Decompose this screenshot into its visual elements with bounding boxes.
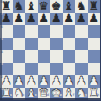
square-e3[interactable] <box>50 63 63 76</box>
square-a2[interactable]: 2♟ <box>0 75 13 88</box>
board-bottom-edge <box>0 98 100 101</box>
piece-white-pawn[interactable]: ♟ <box>1 75 11 87</box>
piece-black-bishop[interactable]: ♝ <box>64 0 74 12</box>
square-d5[interactable] <box>38 38 51 51</box>
square-g2[interactable]: ♟ <box>75 75 88 88</box>
board-left-edge <box>0 0 2 100</box>
square-a6[interactable]: 6 <box>0 25 13 38</box>
square-h4[interactable] <box>88 50 101 63</box>
square-f4[interactable] <box>63 50 76 63</box>
piece-black-pawn[interactable]: ♟ <box>89 13 99 25</box>
square-c5[interactable] <box>25 38 38 51</box>
square-f8[interactable]: ♝ <box>63 0 76 13</box>
piece-black-pawn[interactable]: ♟ <box>64 13 74 25</box>
square-b5[interactable] <box>13 38 26 51</box>
square-g4[interactable] <box>75 50 88 63</box>
square-d7[interactable]: ♟ <box>38 13 51 26</box>
square-g8[interactable]: ♞ <box>75 0 88 13</box>
square-e8[interactable]: ♚ <box>50 0 63 13</box>
square-a7[interactable]: 7♟ <box>0 13 13 26</box>
square-b8[interactable]: ♞ <box>13 0 26 13</box>
square-h8[interactable]: ♜ <box>88 0 101 13</box>
piece-black-queen[interactable]: ♛ <box>39 0 49 12</box>
square-g7[interactable]: ♟ <box>75 13 88 26</box>
square-e7[interactable]: ♟ <box>50 13 63 26</box>
piece-white-pawn[interactable]: ♟ <box>76 75 86 87</box>
piece-black-knight[interactable]: ♞ <box>14 0 24 12</box>
square-h3[interactable] <box>88 63 101 76</box>
piece-black-pawn[interactable]: ♟ <box>14 13 24 25</box>
square-b3[interactable] <box>13 63 26 76</box>
square-f3[interactable] <box>63 63 76 76</box>
square-a3[interactable]: 3 <box>0 63 13 76</box>
square-d3[interactable] <box>38 63 51 76</box>
square-f6[interactable] <box>63 25 76 38</box>
square-a5[interactable]: 5 <box>0 38 13 51</box>
piece-white-pawn[interactable]: ♟ <box>14 75 24 87</box>
square-e4[interactable] <box>50 50 63 63</box>
square-c2[interactable]: ♟ <box>25 75 38 88</box>
square-c7[interactable]: ♟ <box>25 13 38 26</box>
piece-white-pawn[interactable]: ♟ <box>39 75 49 87</box>
square-h7[interactable]: ♟ <box>88 13 101 26</box>
square-g6[interactable] <box>75 25 88 38</box>
square-f5[interactable] <box>63 38 76 51</box>
square-b4[interactable] <box>13 50 26 63</box>
square-f7[interactable]: ♟ <box>63 13 76 26</box>
square-f2[interactable]: ♟ <box>63 75 76 88</box>
square-e6[interactable] <box>50 25 63 38</box>
square-h2[interactable]: ♟ <box>88 75 101 88</box>
square-g5[interactable] <box>75 38 88 51</box>
chess-board: 8♜♞♝♛♚♝♞♜7♟♟♟♟♟♟♟♟65432♟♟♟♟♟♟♟♟1a♜b♞c♝d♛… <box>0 0 100 100</box>
square-c3[interactable] <box>25 63 38 76</box>
piece-black-rook[interactable]: ♜ <box>89 0 99 12</box>
piece-black-knight[interactable]: ♞ <box>76 0 86 12</box>
piece-black-pawn[interactable]: ♟ <box>26 13 36 25</box>
square-b6[interactable] <box>13 25 26 38</box>
square-d2[interactable]: ♟ <box>38 75 51 88</box>
square-g3[interactable] <box>75 63 88 76</box>
piece-black-pawn[interactable]: ♟ <box>76 13 86 25</box>
piece-white-pawn[interactable]: ♟ <box>51 75 61 87</box>
piece-white-pawn[interactable]: ♟ <box>89 75 99 87</box>
square-d8[interactable]: ♛ <box>38 0 51 13</box>
square-c4[interactable] <box>25 50 38 63</box>
square-a8[interactable]: 8♜ <box>0 0 13 13</box>
square-e5[interactable] <box>50 38 63 51</box>
piece-black-pawn[interactable]: ♟ <box>51 13 61 25</box>
square-b7[interactable]: ♟ <box>13 13 26 26</box>
square-e2[interactable]: ♟ <box>50 75 63 88</box>
square-b2[interactable]: ♟ <box>13 75 26 88</box>
piece-black-bishop[interactable]: ♝ <box>26 0 36 12</box>
piece-black-pawn[interactable]: ♟ <box>1 13 11 25</box>
square-c8[interactable]: ♝ <box>25 0 38 13</box>
square-a4[interactable]: 4 <box>0 50 13 63</box>
piece-white-pawn[interactable]: ♟ <box>64 75 74 87</box>
piece-black-king[interactable]: ♚ <box>51 0 61 12</box>
piece-black-rook[interactable]: ♜ <box>1 0 11 12</box>
square-h5[interactable] <box>88 38 101 51</box>
square-d6[interactable] <box>38 25 51 38</box>
piece-black-pawn[interactable]: ♟ <box>39 13 49 25</box>
piece-white-pawn[interactable]: ♟ <box>26 75 36 87</box>
square-h6[interactable] <box>88 25 101 38</box>
square-d4[interactable] <box>38 50 51 63</box>
square-c6[interactable] <box>25 25 38 38</box>
